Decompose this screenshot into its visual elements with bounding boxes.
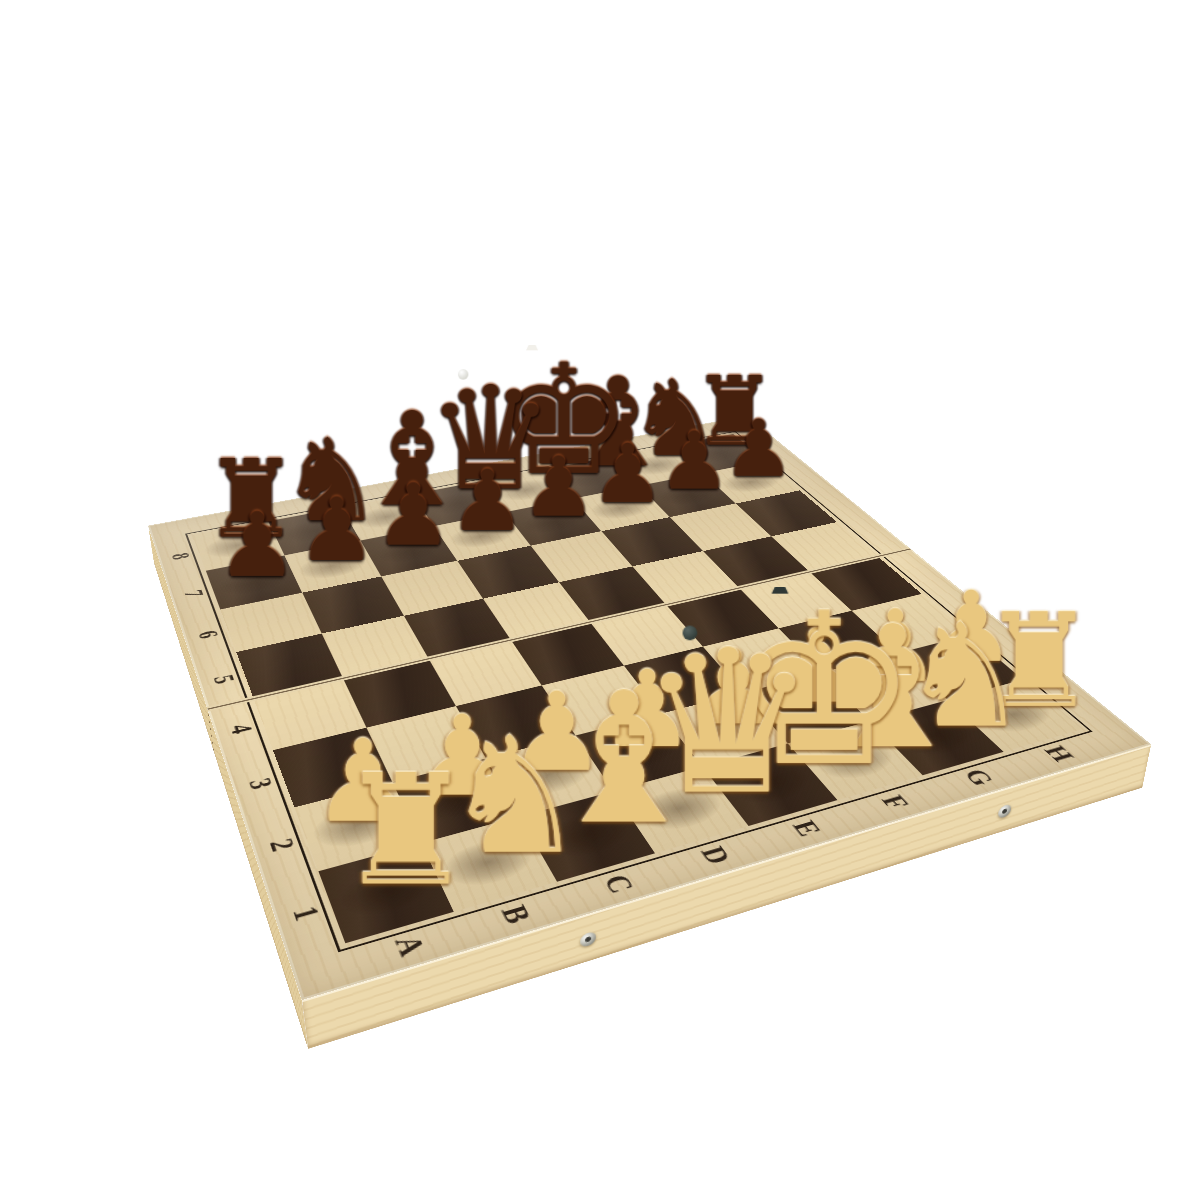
piece-shadow [371,535,446,567]
piece-shadow [278,516,351,547]
piece-shadow [677,705,771,753]
piece-shadow [295,549,371,583]
piece-shadow [585,494,658,523]
rank-label-3: 3 [242,776,276,793]
piece-shadow [719,757,819,810]
scene: 87654321 ABCDEFGH ♜♞♝♛♚♝♞♜♟♟♟♟♟♟♟♟♟♟♟♟♟♟… [0,0,1200,1200]
piece-shadow [406,773,504,828]
rank-label-2: 2 [262,836,298,855]
king-cone-finial [526,337,538,350]
file-label-c: C [597,872,637,897]
rank-label-7: 7 [179,588,207,599]
piece-shadow [715,468,787,495]
black-rook-a8: ♜ [203,445,281,553]
product-photo: 87654321 ABCDEFGH ♜♞♝♛♚♝♞♜♟♟♟♟♟♟♟♟♟♟♟♟♟♟… [0,0,1200,1200]
piece-shadow [558,464,628,491]
file-label-e: E [787,818,826,839]
piece-shadow [622,452,691,478]
black-knight-b8: ♞ [280,424,356,538]
piece-shadow [436,832,540,893]
file-label-b: B [496,902,536,927]
file-label-h: H [1039,744,1078,764]
piece-shadow [215,565,292,600]
piece-shadow [351,502,423,532]
screw [580,931,596,949]
piece-shadow [629,781,730,836]
piece-shadow [591,727,687,777]
file-label-g: G [958,767,998,788]
rank-label-1: 1 [285,904,323,925]
piece-shadow [491,476,562,504]
piece-shadow [914,646,1005,688]
rank-label-5: 5 [207,673,237,686]
rank-label-4: 4 [224,722,256,737]
rank-label-6: 6 [192,629,221,641]
piece-shadow [805,735,904,786]
piece-shadow [651,481,723,509]
queen-ball-finial [458,369,469,380]
piece-shadow [759,685,852,731]
piece-shadow [202,530,275,562]
piece-shadow [516,507,590,537]
piece-shadow [333,860,438,924]
square-f4 [666,588,779,647]
chess-board-box: 87654321 ABCDEFGH ♜♞♝♛♚♝♞♜♟♟♟♟♟♟♟♟♟♟♟♟♟♟… [148,416,1151,1000]
black-rook-h8: ♜ [691,363,760,459]
file-label-d: D [694,844,734,867]
piece-shadow [501,749,598,801]
file-label-a: A [388,933,429,960]
file-label-f: F [876,793,913,812]
piece-shadow [684,441,753,466]
rank-label-8: 8 [166,551,192,561]
screw [998,803,1012,819]
piece-shadow [308,797,407,854]
black-bishop-f8: ♝ [563,361,634,484]
piece-shadow [422,489,493,518]
white-pawn-h2: ♟ [927,579,1016,677]
piece-shadow [535,806,638,864]
black-bishop-c8: ♝ [354,395,429,524]
piece-shadow [445,520,519,551]
